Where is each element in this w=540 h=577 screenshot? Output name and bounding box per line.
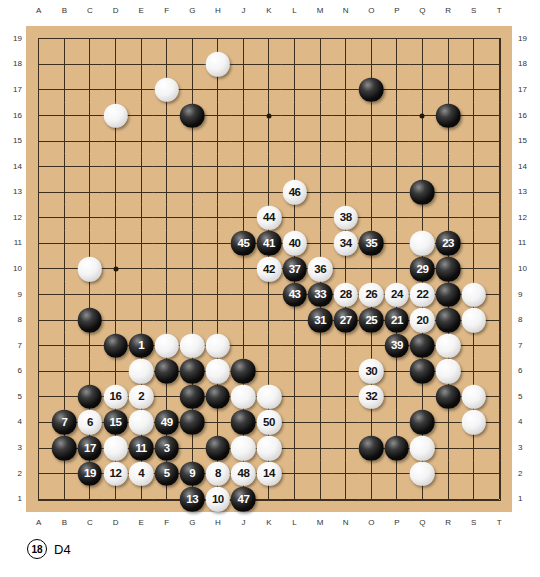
row-label-9: 9 (518, 291, 534, 299)
col-label-O: O (359, 4, 385, 18)
col-label-M: M (307, 4, 333, 18)
white-stone-E4 (129, 410, 154, 435)
black-stone-Q10: 29 (410, 257, 435, 282)
black-stone-M9: 33 (308, 282, 333, 307)
white-stone-R6 (436, 359, 461, 384)
white-stone-C4: 6 (78, 410, 103, 435)
black-stone-F3: 3 (154, 436, 179, 461)
black-stone-D7 (103, 333, 128, 358)
row-label-7: 7 (6, 342, 22, 350)
stone-move-number: 45 (238, 238, 250, 250)
row-label-8: 8 (518, 316, 534, 324)
black-stone-R10 (436, 257, 461, 282)
stone-move-number: 49 (161, 417, 173, 429)
white-stone-Q8: 20 (410, 308, 435, 333)
white-stone-P9: 24 (385, 282, 410, 307)
stone-move-number: 43 (289, 289, 301, 301)
col-label-Q: Q (410, 4, 436, 18)
stone-move-number: 48 (238, 468, 250, 480)
white-stone-H7 (206, 333, 231, 358)
col-label-S: S (461, 4, 487, 18)
white-stone-K3 (257, 436, 282, 461)
white-stone-D2: 12 (103, 461, 128, 486)
stone-move-number: 5 (164, 468, 170, 480)
white-stone-Q3 (410, 436, 435, 461)
col-label-O: O (359, 516, 385, 530)
row-label-9: 9 (6, 291, 22, 299)
white-stone-R7 (436, 333, 461, 358)
row-label-16: 16 (518, 112, 534, 120)
white-stone-L11: 40 (282, 231, 307, 256)
col-label-H: H (205, 4, 231, 18)
col-label-D: D (103, 4, 129, 18)
black-stone-E3: 11 (129, 436, 154, 461)
black-stone-H5 (206, 385, 231, 410)
stone-move-number: 41 (263, 238, 275, 250)
row-label-18: 18 (518, 60, 534, 68)
stone-move-number: 24 (391, 289, 403, 301)
white-stone-E2: 4 (129, 461, 154, 486)
stone-move-number: 34 (340, 238, 352, 250)
white-stone-Q2 (410, 461, 435, 486)
stone-move-number: 9 (189, 468, 195, 480)
black-stone-C5 (78, 385, 103, 410)
star-point-D10 (113, 267, 118, 272)
black-stone-P8: 21 (385, 308, 410, 333)
black-stone-R16 (436, 103, 461, 128)
caption-move-location: D4 (54, 542, 71, 557)
black-stone-O3 (359, 436, 384, 461)
white-stone-E6 (129, 359, 154, 384)
stone-move-number: 37 (289, 263, 301, 275)
row-label-8: 8 (6, 316, 22, 324)
page-root: { "game": "go", "board_size": 19, "coord… (0, 0, 540, 577)
black-stone-D4: 15 (103, 410, 128, 435)
white-stone-Q9: 22 (410, 282, 435, 307)
row-label-10: 10 (6, 265, 22, 273)
white-stone-M10: 36 (308, 257, 333, 282)
col-label-F: F (154, 516, 180, 530)
black-stone-G16 (180, 103, 205, 128)
row-labels-right: 19181716151413121110987654321 (518, 26, 534, 512)
black-stone-M8: 31 (308, 308, 333, 333)
black-stone-C8 (78, 308, 103, 333)
stone-move-number: 26 (365, 289, 377, 301)
black-stone-B4: 7 (52, 410, 77, 435)
stone-move-number: 33 (314, 289, 326, 301)
stone-move-number: 16 (110, 391, 122, 403)
col-label-K: K (256, 516, 282, 530)
row-label-4: 4 (518, 418, 534, 426)
row-label-2: 2 (6, 470, 22, 478)
row-label-5: 5 (518, 393, 534, 401)
stone-move-number: 42 (263, 263, 275, 275)
col-label-P: P (384, 516, 410, 530)
col-label-J: J (231, 4, 257, 18)
white-stone-S8 (461, 308, 486, 333)
black-stone-P3 (385, 436, 410, 461)
white-stone-K10: 42 (257, 257, 282, 282)
white-stone-S5 (461, 385, 486, 410)
white-stone-N11: 34 (333, 231, 358, 256)
row-label-19: 19 (518, 35, 534, 43)
stone-move-number: 40 (289, 238, 301, 250)
black-stone-G6 (180, 359, 205, 384)
col-label-N: N (333, 516, 359, 530)
row-label-2: 2 (518, 470, 534, 478)
black-stone-F6 (154, 359, 179, 384)
black-stone-Q13 (410, 180, 435, 205)
stone-move-number: 28 (340, 289, 352, 301)
white-stone-K12: 44 (257, 206, 282, 231)
col-label-N: N (333, 4, 359, 18)
black-stone-G1: 13 (180, 487, 205, 512)
row-label-3: 3 (6, 444, 22, 452)
col-label-G: G (179, 516, 205, 530)
black-stone-O11: 35 (359, 231, 384, 256)
row-label-15: 15 (6, 137, 22, 145)
white-stone-H2: 8 (206, 461, 231, 486)
white-stone-K5 (257, 385, 282, 410)
row-label-17: 17 (518, 86, 534, 94)
black-stone-Q4 (410, 410, 435, 435)
black-stone-F4: 49 (154, 410, 179, 435)
col-label-J: J (231, 516, 257, 530)
stone-move-number: 13 (186, 493, 198, 505)
row-label-14: 14 (518, 163, 534, 171)
stone-move-number: 25 (365, 314, 377, 326)
row-label-6: 6 (6, 367, 22, 375)
stone-move-number: 6 (87, 417, 93, 429)
stone-move-number: 46 (289, 187, 301, 199)
col-label-T: T (486, 516, 512, 530)
stone-move-number: 4 (138, 468, 144, 480)
black-stone-C3: 17 (78, 436, 103, 461)
stone-move-number: 14 (263, 468, 275, 480)
black-stone-G5 (180, 385, 205, 410)
white-stone-J3 (231, 436, 256, 461)
col-label-S: S (461, 516, 487, 530)
stone-move-number: 44 (263, 212, 275, 224)
white-stone-L13: 46 (282, 180, 307, 205)
col-label-D: D (103, 516, 129, 530)
stone-move-number: 22 (417, 289, 429, 301)
stone-move-number: 38 (340, 212, 352, 224)
white-stone-O5: 32 (359, 385, 384, 410)
row-label-3: 3 (518, 444, 534, 452)
stone-move-number: 27 (340, 314, 352, 326)
black-stone-R8 (436, 308, 461, 333)
column-labels-bottom: ABCDEFGHJKLMNOPQRST (26, 516, 512, 530)
stone-move-number: 35 (365, 238, 377, 250)
row-label-10: 10 (518, 265, 534, 273)
col-label-E: E (128, 516, 154, 530)
stone-move-number: 2 (138, 391, 144, 403)
col-label-L: L (282, 4, 308, 18)
white-stone-S9 (461, 282, 486, 307)
col-label-L: L (282, 516, 308, 530)
black-stone-R9 (436, 282, 461, 307)
black-stone-O8: 25 (359, 308, 384, 333)
stone-move-number: 29 (417, 263, 429, 275)
row-label-13: 13 (518, 188, 534, 196)
white-stone-N12: 38 (333, 206, 358, 231)
stone-move-number: 15 (110, 417, 122, 429)
black-stone-F2: 5 (154, 461, 179, 486)
caption-white-stone-icon: 18 (27, 539, 47, 559)
row-label-14: 14 (6, 163, 22, 171)
black-stone-B3 (52, 436, 77, 461)
col-label-P: P (384, 4, 410, 18)
stone-move-number: 32 (365, 391, 377, 403)
col-label-B: B (52, 4, 78, 18)
stone-move-number: 39 (391, 340, 403, 352)
white-stone-C10 (78, 257, 103, 282)
col-label-R: R (435, 516, 461, 530)
col-label-F: F (154, 4, 180, 18)
white-stone-J5 (231, 385, 256, 410)
stone-move-number: 7 (61, 417, 67, 429)
row-label-7: 7 (518, 342, 534, 350)
col-label-H: H (205, 516, 231, 530)
black-stone-R11: 23 (436, 231, 461, 256)
stone-move-number: 30 (365, 366, 377, 378)
row-label-18: 18 (6, 60, 22, 68)
stone-move-number: 50 (263, 417, 275, 429)
row-label-5: 5 (6, 393, 22, 401)
stone-move-number: 1 (138, 340, 144, 352)
black-stone-P7: 39 (385, 333, 410, 358)
stone-move-number: 31 (314, 314, 326, 326)
col-label-Q: Q (410, 516, 436, 530)
stone-move-number: 47 (238, 493, 250, 505)
col-label-A: A (26, 516, 52, 530)
stone-move-number: 8 (215, 468, 221, 480)
stone-move-number: 36 (314, 263, 326, 275)
stone-move-number: 12 (110, 468, 122, 480)
stones-overlay: 4644384541403435234237362943332826242231… (26, 26, 512, 512)
col-label-C: C (77, 4, 103, 18)
black-stone-J4 (231, 410, 256, 435)
stone-move-number: 19 (84, 468, 96, 480)
white-stone-F17 (154, 78, 179, 103)
white-stone-O6: 30 (359, 359, 384, 384)
stone-move-number: 10 (212, 493, 224, 505)
row-label-1: 1 (518, 495, 534, 503)
col-label-A: A (26, 4, 52, 18)
row-label-1: 1 (6, 495, 22, 503)
row-label-11: 11 (6, 239, 22, 247)
row-label-13: 13 (6, 188, 22, 196)
col-label-E: E (128, 4, 154, 18)
star-point-Q16 (420, 113, 425, 118)
move-caption: 18 D4 (27, 537, 71, 561)
white-stone-J2: 48 (231, 461, 256, 486)
stone-move-number: 23 (442, 238, 454, 250)
col-label-T: T (486, 4, 512, 18)
black-stone-J11: 45 (231, 231, 256, 256)
row-label-12: 12 (6, 214, 22, 222)
white-stone-H1: 10 (206, 487, 231, 512)
black-stone-L9: 43 (282, 282, 307, 307)
white-stone-K2: 14 (257, 461, 282, 486)
black-stone-R5 (436, 385, 461, 410)
col-label-M: M (307, 516, 333, 530)
stone-move-number: 21 (391, 314, 403, 326)
row-label-16: 16 (6, 112, 22, 120)
row-labels-left: 19181716151413121110987654321 (6, 26, 22, 512)
black-stone-Q6 (410, 359, 435, 384)
black-stone-N8: 27 (333, 308, 358, 333)
white-stone-Q11 (410, 231, 435, 256)
white-stone-K4: 50 (257, 410, 282, 435)
row-label-12: 12 (518, 214, 534, 222)
white-stone-N9: 28 (333, 282, 358, 307)
black-stone-G2: 9 (180, 461, 205, 486)
row-label-6: 6 (518, 367, 534, 375)
row-label-11: 11 (518, 239, 534, 247)
col-label-R: R (435, 4, 461, 18)
row-label-4: 4 (6, 418, 22, 426)
black-stone-C2: 19 (78, 461, 103, 486)
white-stone-E5: 2 (129, 385, 154, 410)
column-labels-top: ABCDEFGHJKLMNOPQRST (26, 4, 512, 18)
black-stone-L10: 37 (282, 257, 307, 282)
star-point-K16 (267, 113, 272, 118)
stone-move-number: 17 (84, 442, 96, 454)
black-stone-O17 (359, 78, 384, 103)
black-stone-Q7 (410, 333, 435, 358)
stone-move-number: 3 (164, 442, 170, 454)
row-label-19: 19 (6, 35, 22, 43)
col-label-K: K (256, 4, 282, 18)
white-stone-H18 (206, 52, 231, 77)
stone-move-number: 20 (417, 314, 429, 326)
black-stone-E7: 1 (129, 333, 154, 358)
white-stone-S4 (461, 410, 486, 435)
black-stone-J1: 47 (231, 487, 256, 512)
black-stone-H3 (206, 436, 231, 461)
black-stone-G4 (180, 410, 205, 435)
black-stone-K11: 41 (257, 231, 282, 256)
white-stone-F7 (154, 333, 179, 358)
white-stone-H6 (206, 359, 231, 384)
col-label-B: B (52, 516, 78, 530)
row-label-15: 15 (518, 137, 534, 145)
white-stone-G7 (180, 333, 205, 358)
white-stone-D3 (103, 436, 128, 461)
row-label-17: 17 (6, 86, 22, 94)
white-stone-D5: 16 (103, 385, 128, 410)
black-stone-J6 (231, 359, 256, 384)
stone-move-number: 11 (136, 442, 147, 454)
go-board[interactable]: 4644384541403435234237362943332826242231… (26, 26, 512, 512)
white-stone-O9: 26 (359, 282, 384, 307)
col-label-C: C (77, 516, 103, 530)
col-label-G: G (179, 4, 205, 18)
white-stone-D16 (103, 103, 128, 128)
